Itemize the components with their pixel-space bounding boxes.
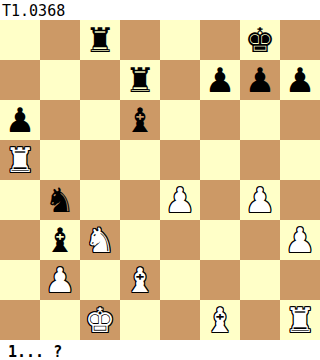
piece-black-pawn: ♟ — [245, 60, 275, 100]
square-a1[interactable] — [0, 300, 40, 340]
move-prompt: 1... ? — [0, 340, 320, 360]
square-e7[interactable] — [160, 60, 200, 100]
square-d3[interactable] — [120, 220, 160, 260]
square-f5[interactable] — [200, 140, 240, 180]
square-a5[interactable]: ♜ — [0, 140, 40, 180]
square-b4[interactable]: ♞ — [40, 180, 80, 220]
square-c7[interactable] — [80, 60, 120, 100]
square-h7[interactable]: ♟ — [280, 60, 320, 100]
square-h6[interactable] — [280, 100, 320, 140]
piece-white-rook: ♜ — [285, 300, 315, 340]
square-d5[interactable] — [120, 140, 160, 180]
square-f8[interactable] — [200, 20, 240, 60]
square-h4[interactable] — [280, 180, 320, 220]
square-a4[interactable] — [0, 180, 40, 220]
piece-black-rook: ♜ — [85, 20, 115, 60]
piece-white-pawn: ♟ — [45, 260, 75, 300]
square-b7[interactable] — [40, 60, 80, 100]
square-g3[interactable] — [240, 220, 280, 260]
square-d1[interactable] — [120, 300, 160, 340]
square-f3[interactable] — [200, 220, 240, 260]
square-c8[interactable]: ♜ — [80, 20, 120, 60]
piece-black-rook: ♜ — [125, 60, 155, 100]
square-h1[interactable]: ♜ — [280, 300, 320, 340]
piece-black-bishop: ♝ — [45, 220, 75, 260]
square-c4[interactable] — [80, 180, 120, 220]
piece-white-king: ♚ — [85, 300, 115, 340]
square-e6[interactable] — [160, 100, 200, 140]
square-h2[interactable] — [280, 260, 320, 300]
square-b2[interactable]: ♟ — [40, 260, 80, 300]
square-d4[interactable] — [120, 180, 160, 220]
square-a2[interactable] — [0, 260, 40, 300]
square-g8[interactable]: ♚ — [240, 20, 280, 60]
piece-black-pawn: ♟ — [285, 60, 315, 100]
square-h3[interactable]: ♟ — [280, 220, 320, 260]
chess-board: ♜♚♜♟♟♟♟♝♜♞♟♟♝♞♟♟♝♚♝♜ — [0, 20, 320, 340]
square-a7[interactable] — [0, 60, 40, 100]
puzzle-id: T1.0368 — [0, 0, 320, 20]
piece-black-pawn: ♟ — [5, 100, 35, 140]
square-d7[interactable]: ♜ — [120, 60, 160, 100]
square-f2[interactable] — [200, 260, 240, 300]
square-g7[interactable]: ♟ — [240, 60, 280, 100]
piece-black-pawn: ♟ — [205, 60, 235, 100]
square-f1[interactable]: ♝ — [200, 300, 240, 340]
piece-white-pawn: ♟ — [245, 180, 275, 220]
square-e5[interactable] — [160, 140, 200, 180]
piece-black-knight: ♞ — [45, 180, 75, 220]
square-c6[interactable] — [80, 100, 120, 140]
square-b6[interactable] — [40, 100, 80, 140]
square-h8[interactable] — [280, 20, 320, 60]
square-c3[interactable]: ♞ — [80, 220, 120, 260]
piece-white-pawn: ♟ — [285, 220, 315, 260]
square-f7[interactable]: ♟ — [200, 60, 240, 100]
square-a8[interactable] — [0, 20, 40, 60]
piece-white-pawn: ♟ — [165, 180, 195, 220]
square-f6[interactable] — [200, 100, 240, 140]
chess-puzzle-window: { "game": "chess", "header": { "title": … — [0, 0, 320, 360]
square-b1[interactable] — [40, 300, 80, 340]
piece-white-bishop: ♝ — [125, 260, 155, 300]
piece-black-bishop: ♝ — [125, 100, 155, 140]
square-e4[interactable]: ♟ — [160, 180, 200, 220]
square-c1[interactable]: ♚ — [80, 300, 120, 340]
square-a6[interactable]: ♟ — [0, 100, 40, 140]
square-b3[interactable]: ♝ — [40, 220, 80, 260]
square-h5[interactable] — [280, 140, 320, 180]
square-e8[interactable] — [160, 20, 200, 60]
square-g4[interactable]: ♟ — [240, 180, 280, 220]
square-g6[interactable] — [240, 100, 280, 140]
square-g2[interactable] — [240, 260, 280, 300]
square-f4[interactable] — [200, 180, 240, 220]
piece-black-king: ♚ — [245, 20, 275, 60]
square-c2[interactable] — [80, 260, 120, 300]
square-d8[interactable] — [120, 20, 160, 60]
square-g5[interactable] — [240, 140, 280, 180]
square-d6[interactable]: ♝ — [120, 100, 160, 140]
square-d2[interactable]: ♝ — [120, 260, 160, 300]
square-e1[interactable] — [160, 300, 200, 340]
piece-white-knight: ♞ — [85, 220, 115, 260]
square-b8[interactable] — [40, 20, 80, 60]
square-a3[interactable] — [0, 220, 40, 260]
square-g1[interactable] — [240, 300, 280, 340]
piece-white-bishop: ♝ — [205, 300, 235, 340]
square-c5[interactable] — [80, 140, 120, 180]
piece-white-rook: ♜ — [5, 140, 35, 180]
square-e3[interactable] — [160, 220, 200, 260]
square-b5[interactable] — [40, 140, 80, 180]
square-e2[interactable] — [160, 260, 200, 300]
